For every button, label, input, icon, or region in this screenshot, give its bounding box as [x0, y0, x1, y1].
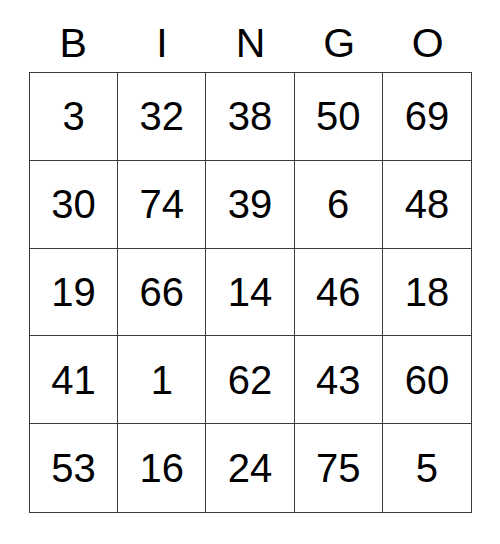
bingo-cell[interactable]: 5: [383, 424, 471, 512]
bingo-cell[interactable]: 60: [383, 336, 471, 424]
bingo-cell[interactable]: 62: [206, 336, 294, 424]
bingo-cell[interactable]: 32: [118, 73, 206, 161]
header-letter-b: B: [60, 23, 87, 72]
bingo-cell[interactable]: 30: [30, 161, 118, 249]
bingo-cell[interactable]: 75: [295, 424, 383, 512]
header-letter-n: N: [236, 23, 266, 72]
bingo-cell[interactable]: 53: [30, 424, 118, 512]
bingo-cell[interactable]: 24: [206, 424, 294, 512]
bingo-cell[interactable]: 69: [383, 73, 471, 161]
bingo-cell[interactable]: 14: [206, 249, 294, 337]
bingo-cell[interactable]: 50: [295, 73, 383, 161]
bingo-cell[interactable]: 16: [118, 424, 206, 512]
bingo-cell[interactable]: 48: [383, 161, 471, 249]
bingo-card: BINGO 3323850693074396481966144618411624…: [0, 0, 500, 544]
bingo-board: 3323850693074396481966144618411624360531…: [29, 72, 472, 513]
bingo-cell[interactable]: 18: [383, 249, 471, 337]
bingo-cell[interactable]: 41: [30, 336, 118, 424]
bingo-cell[interactable]: 66: [118, 249, 206, 337]
bingo-cell[interactable]: 39: [206, 161, 294, 249]
bingo-cell[interactable]: 43: [295, 336, 383, 424]
bingo-cell[interactable]: 19: [30, 249, 118, 337]
bingo-cell[interactable]: 1: [118, 336, 206, 424]
header-letter-i: I: [156, 23, 167, 72]
bingo-cell[interactable]: 46: [295, 249, 383, 337]
header-letter-g: G: [323, 23, 355, 72]
bingo-cell[interactable]: 38: [206, 73, 294, 161]
header-letter-o: O: [412, 23, 444, 72]
bingo-cell[interactable]: 6: [295, 161, 383, 249]
bingo-cell[interactable]: 74: [118, 161, 206, 249]
bingo-cell[interactable]: 3: [30, 73, 118, 161]
bingo-header: BINGO: [29, 0, 472, 72]
